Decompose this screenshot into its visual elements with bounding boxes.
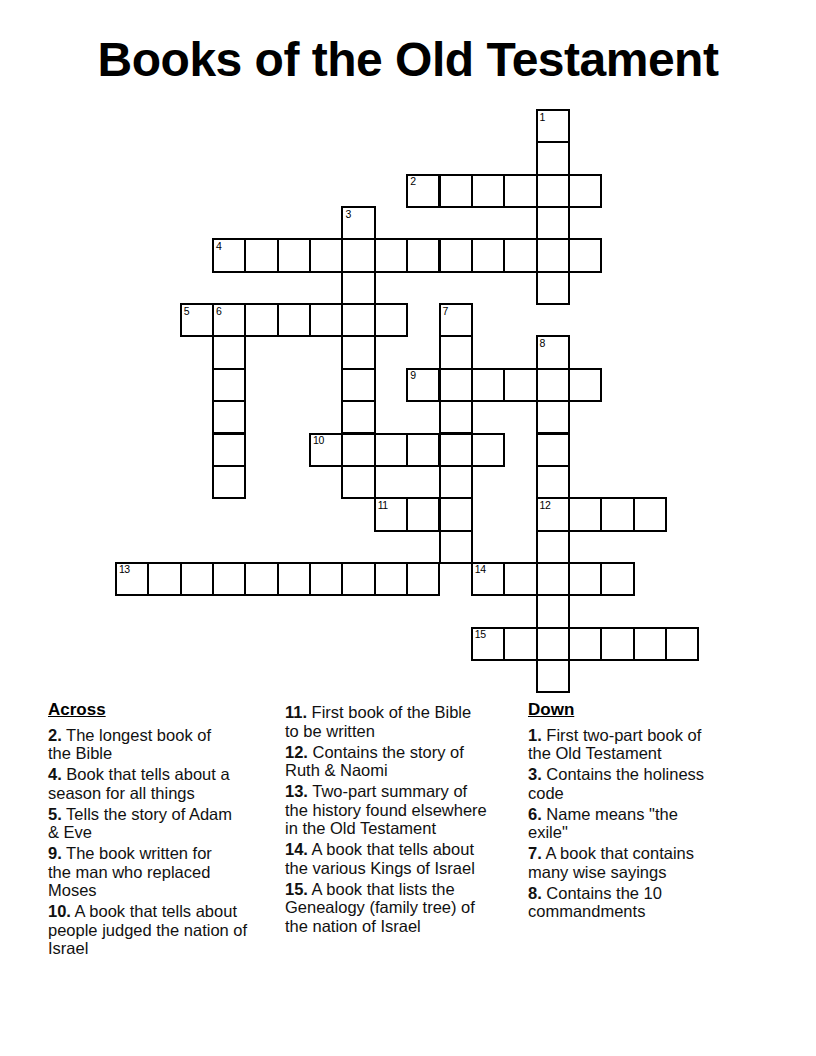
across-clues-column: Across 2. The longest book of the Bible4…: [48, 701, 285, 960]
cell-number: 4: [216, 241, 221, 252]
clue-text: The longest book of the Bible: [48, 726, 211, 763]
clue-down-6: 6. Name means "the exile": [528, 805, 773, 842]
down-clues-column: Down 1. First two-part book of the Old T…: [528, 701, 773, 923]
cell-number: 10: [313, 435, 324, 446]
cell-r16-c15[interactable]: [600, 627, 634, 661]
cell-r8-c13[interactable]: [536, 368, 570, 402]
clue-across-13: 13. Two-part summary of the history foun…: [285, 782, 528, 838]
cell-r4-c6[interactable]: [309, 238, 343, 272]
cell-r14-c2[interactable]: [180, 562, 214, 596]
cell-r15-c13[interactable]: [536, 594, 570, 628]
cell-r11-c3[interactable]: [212, 465, 246, 499]
cell-r16-c16[interactable]: [633, 627, 667, 661]
clue-across-10: 10. A book that tells about people judge…: [48, 902, 285, 958]
cell-r8-c3[interactable]: [212, 368, 246, 402]
clue-text: First two-part book of the Old Testament: [528, 726, 701, 763]
clue-text: Two-part summary of the history found el…: [285, 782, 487, 837]
clue-across-12: 12. Contains the story of Ruth & Naomi: [285, 743, 528, 780]
clue-number: 2.: [48, 726, 62, 744]
cell-number: 11: [378, 500, 388, 511]
cell-r13-c13[interactable]: [536, 530, 570, 564]
cell-r4-c4[interactable]: [244, 238, 278, 272]
cell-r4-c5[interactable]: [277, 238, 311, 272]
cell-r2-c14[interactable]: [568, 174, 602, 208]
clue-down-8: 8. Contains the 10 commandments: [528, 884, 773, 921]
cell-r12-c10[interactable]: [439, 497, 473, 531]
clue-text: The book written for the man who replace…: [48, 844, 212, 899]
clue-number: 4.: [48, 765, 62, 783]
cell-r4-c9[interactable]: [406, 238, 440, 272]
cell-r6-c4[interactable]: [244, 303, 278, 337]
cell-number: 5: [184, 306, 189, 317]
cell-r10-c9[interactable]: [406, 433, 440, 467]
cell-r12-c8[interactable]: 11: [374, 497, 408, 531]
across-clues-list-1: 2. The longest book of the Bible4. Book …: [48, 726, 285, 958]
cell-r2-c11[interactable]: [471, 174, 505, 208]
clue-text: First book of the Bible to be written: [285, 703, 471, 740]
cell-r11-c13[interactable]: [536, 465, 570, 499]
cell-r6-c2[interactable]: 5: [180, 303, 214, 337]
cell-r14-c0[interactable]: 13: [115, 562, 149, 596]
clue-text: Tells the story of Adam & Eve: [48, 805, 232, 842]
cell-r2-c12[interactable]: [503, 174, 537, 208]
clue-text: A book that tells about people judged th…: [48, 902, 247, 957]
across-header: Across: [48, 701, 285, 720]
clue-across-15: 15. A book that lists the Genealogy (fam…: [285, 880, 528, 936]
clue-text: Name means "the exile": [528, 805, 678, 842]
cell-r8-c7[interactable]: [341, 368, 375, 402]
clue-down-1: 1. First two-part book of the Old Testam…: [528, 726, 773, 763]
cell-r12-c9[interactable]: [406, 497, 440, 531]
cell-r14-c3[interactable]: [212, 562, 246, 596]
clue-number: 7.: [528, 844, 542, 862]
clue-number: 3.: [528, 765, 542, 783]
cell-r4-c7[interactable]: [341, 238, 375, 272]
cell-number: 15: [475, 629, 486, 640]
clue-text: Contains the holiness code: [528, 765, 704, 802]
crossword-grid: 123456789101112131415: [0, 0, 816, 700]
cell-r12-c16[interactable]: [633, 497, 667, 531]
cell-number: 9: [410, 370, 415, 381]
clue-across-11: 11. First book of the Bible to be writte…: [285, 703, 528, 740]
cell-r10-c8[interactable]: [374, 433, 408, 467]
across-clues-column-2: 11. First book of the Bible to be writte…: [285, 703, 528, 938]
clue-number: 10.: [48, 902, 71, 920]
cell-r7-c3[interactable]: [212, 335, 246, 369]
cell-r12-c13[interactable]: 12: [536, 497, 570, 531]
across-clues-list-2: 11. First book of the Bible to be writte…: [285, 703, 528, 935]
clue-number: 6.: [528, 805, 542, 823]
cell-number: 2: [410, 176, 415, 187]
cell-number: 13: [119, 564, 130, 575]
cell-r9-c10[interactable]: [439, 400, 473, 434]
cell-number: 7: [443, 306, 448, 317]
cell-r14-c13[interactable]: [536, 562, 570, 596]
cell-r14-c14[interactable]: [568, 562, 602, 596]
cell-r6-c7[interactable]: [341, 303, 375, 337]
cell-r9-c13[interactable]: [536, 400, 570, 434]
cell-r3-c7[interactable]: 3: [341, 206, 375, 240]
cell-r12-c15[interactable]: [600, 497, 634, 531]
cell-r6-c5[interactable]: [277, 303, 311, 337]
cell-r8-c11[interactable]: [471, 368, 505, 402]
cell-r6-c6[interactable]: [309, 303, 343, 337]
cell-number: 14: [475, 564, 486, 575]
cell-r8-c12[interactable]: [503, 368, 537, 402]
clue-across-2: 2. The longest book of the Bible: [48, 726, 285, 763]
clue-down-7: 7. A book that contains many wise saying…: [528, 844, 773, 881]
cell-r9-c7[interactable]: [341, 400, 375, 434]
clue-number: 14.: [285, 840, 308, 858]
clue-number: 11.: [285, 703, 307, 721]
clue-text: Contains the 10 commandments: [528, 884, 662, 921]
cell-r14-c4[interactable]: [244, 562, 278, 596]
clue-number: 5.: [48, 805, 62, 823]
clue-number: 13.: [285, 782, 308, 800]
cell-r1-c13[interactable]: [536, 141, 570, 175]
cell-r14-c8[interactable]: [374, 562, 408, 596]
cell-r4-c13[interactable]: [536, 238, 570, 272]
cell-r7-c7[interactable]: [341, 335, 375, 369]
cell-r16-c13[interactable]: [536, 627, 570, 661]
clue-across-5: 5. Tells the story of Adam & Eve: [48, 805, 285, 842]
clue-number: 8.: [528, 884, 542, 902]
cell-r7-c13[interactable]: 8: [536, 335, 570, 369]
down-clues-list: 1. First two-part book of the Old Testam…: [528, 726, 773, 921]
cell-r14-c15[interactable]: [600, 562, 634, 596]
cell-r10-c13[interactable]: [536, 433, 570, 467]
cell-r14-c9[interactable]: [406, 562, 440, 596]
cell-r4-c11[interactable]: [471, 238, 505, 272]
cell-r4-c10[interactable]: [439, 238, 473, 272]
cell-r6-c3[interactable]: 6: [212, 303, 246, 337]
cell-r4-c8[interactable]: [374, 238, 408, 272]
cell-r16-c12[interactable]: [503, 627, 537, 661]
cell-r10-c10[interactable]: [439, 433, 473, 467]
clue-number: 12.: [285, 743, 308, 761]
clue-text: A book that tells about the various King…: [285, 840, 475, 877]
cell-number: 3: [345, 209, 350, 220]
cell-r2-c9[interactable]: 2: [406, 174, 440, 208]
cell-r14-c12[interactable]: [503, 562, 537, 596]
cell-r4-c3[interactable]: 4: [212, 238, 246, 272]
cell-r16-c14[interactable]: [568, 627, 602, 661]
clue-across-14: 14. A book that tells about the various …: [285, 840, 528, 877]
cell-number: 12: [540, 500, 551, 511]
cell-r16-c11[interactable]: 15: [471, 627, 505, 661]
clue-text: Contains the story of Ruth & Naomi: [285, 743, 464, 780]
cell-r6-c8[interactable]: [374, 303, 408, 337]
cell-r17-c13[interactable]: [536, 659, 570, 693]
clue-text: A book that lists the Genealogy (family …: [285, 880, 475, 935]
cell-r14-c5[interactable]: [277, 562, 311, 596]
cell-r4-c14[interactable]: [568, 238, 602, 272]
cell-r4-c12[interactable]: [503, 238, 537, 272]
cell-r6-c10[interactable]: 7: [439, 303, 473, 337]
cell-r2-c10[interactable]: [439, 174, 473, 208]
cell-r16-c17[interactable]: [665, 627, 699, 661]
down-header: Down: [528, 701, 773, 720]
clue-across-9: 9. The book written for the man who repl…: [48, 844, 285, 900]
cell-r13-c10[interactable]: [439, 530, 473, 564]
cell-r12-c14[interactable]: [568, 497, 602, 531]
clue-number: 15.: [285, 880, 308, 898]
cell-number: 1: [540, 112, 545, 123]
cell-r10-c11[interactable]: [471, 433, 505, 467]
cell-r10-c7[interactable]: [341, 433, 375, 467]
cell-r5-c7[interactable]: [341, 271, 375, 305]
cell-r14-c11[interactable]: 14: [471, 562, 505, 596]
cell-number: 6: [216, 306, 221, 317]
clue-text: A book that contains many wise sayings: [528, 844, 694, 881]
cell-r8-c14[interactable]: [568, 368, 602, 402]
cell-r11-c10[interactable]: [439, 465, 473, 499]
cell-r14-c7[interactable]: [341, 562, 375, 596]
clue-number: 9.: [48, 844, 62, 862]
clue-text: Book that tells about a season for all t…: [48, 765, 230, 802]
cell-r0-c13[interactable]: 1: [536, 109, 570, 143]
cell-number: 8: [540, 338, 545, 349]
cell-r8-c10[interactable]: [439, 368, 473, 402]
cell-r9-c3[interactable]: [212, 400, 246, 434]
clue-number: 1.: [528, 726, 542, 744]
clue-across-4: 4. Book that tells about a season for al…: [48, 765, 285, 802]
cell-r10-c6[interactable]: 10: [309, 433, 343, 467]
cell-r14-c1[interactable]: [147, 562, 181, 596]
cell-r11-c7[interactable]: [341, 465, 375, 499]
cell-r7-c10[interactable]: [439, 335, 473, 369]
clue-down-3: 3. Contains the holiness code: [528, 765, 773, 802]
cell-r8-c9[interactable]: 9: [406, 368, 440, 402]
cell-r10-c3[interactable]: [212, 433, 246, 467]
cell-r2-c13[interactable]: [536, 174, 570, 208]
cell-r5-c13[interactable]: [536, 271, 570, 305]
cell-r14-c6[interactable]: [309, 562, 343, 596]
cell-r3-c13[interactable]: [536, 206, 570, 240]
